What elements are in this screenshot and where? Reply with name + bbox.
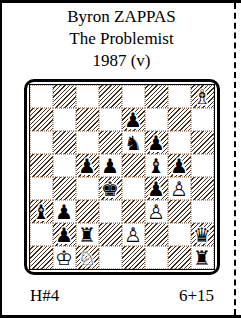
square-b3: ♟ (53, 200, 76, 223)
square-g2 (168, 223, 191, 246)
square-h5 (191, 154, 214, 177)
square-a8 (30, 85, 53, 108)
square-f4: ♟ (145, 177, 168, 200)
black-rook: ♜ (193, 248, 211, 268)
square-c8 (76, 85, 99, 108)
square-f3: ♙ (145, 200, 168, 223)
square-h3 (191, 200, 214, 223)
square-d4: ♚ (99, 177, 122, 200)
black-pawn: ♟ (147, 133, 165, 153)
square-e5 (122, 154, 145, 177)
problem-card: Byron ZAPPAS The Problemist 1987 (v) ♗♟♞… (0, 0, 241, 318)
black-bishop: ♝ (147, 156, 165, 176)
black-pawn: ♟ (78, 156, 96, 176)
square-c1: ♘ (76, 246, 99, 269)
square-d2 (99, 223, 122, 246)
square-b5 (53, 154, 76, 177)
square-d6 (99, 131, 122, 154)
black-knight: ♞ (124, 133, 142, 153)
square-h4 (191, 177, 214, 200)
square-f7 (145, 108, 168, 131)
square-g7 (168, 108, 191, 131)
black-pawn: ♟ (147, 179, 165, 199)
square-e7: ♟ (122, 108, 145, 131)
square-a2 (30, 223, 53, 246)
square-f1 (145, 246, 168, 269)
black-pawn: ♟ (124, 110, 142, 130)
dashed-cut-line (234, 3, 236, 315)
square-c7 (76, 108, 99, 131)
author-name: Byron ZAPPAS (2, 6, 241, 28)
square-a4 (30, 177, 53, 200)
square-d5: ♟ (99, 154, 122, 177)
square-a7 (30, 108, 53, 131)
square-d3 (99, 200, 122, 223)
square-h8: ♗ (191, 85, 214, 108)
square-h6 (191, 131, 214, 154)
square-g6 (168, 131, 191, 154)
black-bishop: ♝ (32, 202, 50, 222)
square-g8 (168, 85, 191, 108)
black-pawn: ♟ (55, 202, 73, 222)
square-a6 (30, 131, 53, 154)
square-f5: ♝ (145, 154, 168, 177)
square-b7 (53, 108, 76, 131)
square-b1: ♔ (53, 246, 76, 269)
square-h1: ♜ (191, 246, 214, 269)
black-pawn: ♟ (101, 156, 119, 176)
board-frame: ♗♟♞♟♟♟♝♟♚♟♙♝♟♙♟♜♙♛♔♘♜ (24, 79, 220, 275)
black-king: ♚ (101, 179, 119, 199)
square-e3 (122, 200, 145, 223)
square-c4 (76, 177, 99, 200)
chess-board: ♗♟♞♟♟♟♝♟♚♟♙♝♟♙♟♜♙♛♔♘♜ (29, 84, 215, 270)
square-f2 (145, 223, 168, 246)
square-c3 (76, 200, 99, 223)
source-name: The Problemist (2, 28, 241, 50)
square-f8 (145, 85, 168, 108)
stipulation-label: H#4 (30, 286, 59, 306)
problem-caption: H#4 6+15 (2, 286, 241, 306)
square-b4 (53, 177, 76, 200)
square-a1 (30, 246, 53, 269)
square-b2: ♟ (53, 223, 76, 246)
square-c5: ♟ (76, 154, 99, 177)
white-pawn: ♙ (124, 225, 142, 245)
material-count-label: 6+15 (179, 286, 214, 306)
square-g3 (168, 200, 191, 223)
white-knight: ♘ (78, 248, 96, 268)
square-c2: ♜ (76, 223, 99, 246)
publication-year: 1987 (v) (2, 50, 241, 72)
problem-header: Byron ZAPPAS The Problemist 1987 (v) (2, 3, 241, 72)
square-d1 (99, 246, 122, 269)
square-g5: ♟ (168, 154, 191, 177)
square-e1 (122, 246, 145, 269)
white-bishop: ♗ (193, 87, 211, 107)
square-g1 (168, 246, 191, 269)
white-pawn: ♙ (170, 179, 188, 199)
square-e4 (122, 177, 145, 200)
square-a5 (30, 154, 53, 177)
square-e2: ♙ (122, 223, 145, 246)
square-g4: ♙ (168, 177, 191, 200)
square-e8 (122, 85, 145, 108)
square-e6: ♞ (122, 131, 145, 154)
black-queen: ♛ (193, 225, 211, 245)
black-pawn: ♟ (55, 225, 73, 245)
square-b6 (53, 131, 76, 154)
square-a3: ♝ (30, 200, 53, 223)
white-king: ♔ (55, 248, 73, 268)
square-f6: ♟ (145, 131, 168, 154)
square-d8 (99, 85, 122, 108)
square-h2: ♛ (191, 223, 214, 246)
white-pawn: ♙ (147, 202, 165, 222)
square-c6 (76, 131, 99, 154)
square-d7 (99, 108, 122, 131)
square-h7 (191, 108, 214, 131)
black-rook: ♜ (78, 225, 96, 245)
black-pawn: ♟ (170, 156, 188, 176)
square-b8 (53, 85, 76, 108)
